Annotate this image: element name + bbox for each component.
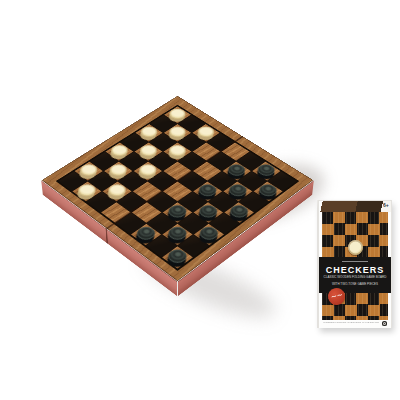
box-title: CHECKERS (319, 265, 391, 275)
box-title-band: CHECKERS CLASSIC WOODEN FOLDING GAME BOA… (319, 257, 391, 293)
box-checker-piece-icon (348, 240, 363, 255)
box-checkerboard-art-top (322, 212, 388, 257)
age-badge: 6+ (383, 203, 389, 208)
box-top-face: 6+ (319, 201, 391, 212)
box-checkerboard-art-bottom: ∼∼ (322, 293, 388, 320)
cert-mark-icon (382, 321, 387, 326)
band-rule (342, 261, 368, 262)
product-photo-stage: 6+ CHECKERS CLASSIC WOODEN FOLDING GAME … (0, 0, 400, 400)
box-tagline-2: WITH TWO-TONE GAME PIECES (319, 282, 391, 286)
box-footer-text: WOODEN FOLDING CHECKERS GAME BOARD (323, 321, 379, 324)
box-tagline-1: CLASSIC WOODEN FOLDING GAME BOARD (319, 275, 391, 279)
board-scene (82, 92, 273, 283)
box-footer: WOODEN FOLDING CHECKERS GAME BOARD (319, 320, 391, 328)
product-box: 6+ CHECKERS CLASSIC WOODEN FOLDING GAME … (318, 200, 392, 328)
board-grid (56, 105, 300, 271)
checkers-board (42, 103, 312, 289)
fold-seam-side (106, 228, 108, 244)
board-frame (42, 96, 314, 282)
